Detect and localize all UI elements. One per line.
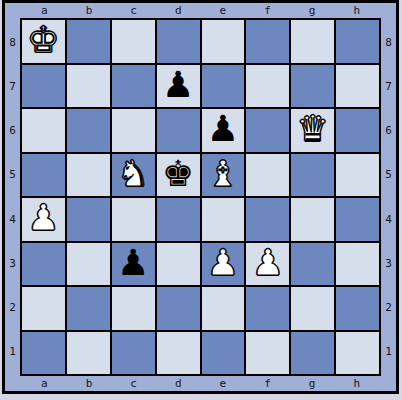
rank-label-1: 1 <box>5 330 20 374</box>
file-label-f: f <box>245 376 290 391</box>
square-h4[interactable] <box>336 198 379 241</box>
square-g6[interactable]: ♛ <box>291 109 334 152</box>
rank-label-8: 8 <box>5 20 20 64</box>
square-g8[interactable] <box>291 20 334 63</box>
square-h2[interactable] <box>336 287 379 330</box>
square-b5[interactable] <box>67 154 110 197</box>
board-layout: abcdefgh 87654321 ♚♟♟♛♞♚♝♟♟♟♟ 87654321 a… <box>5 3 396 391</box>
square-f2[interactable] <box>246 287 289 330</box>
black-pawn[interactable]: ♟ <box>162 67 194 103</box>
rank-label-4: 4 <box>5 197 20 241</box>
square-g3[interactable] <box>291 243 334 286</box>
square-f6[interactable] <box>246 109 289 152</box>
white-king[interactable]: ♚ <box>27 22 59 58</box>
file-label-a: a <box>22 376 67 391</box>
square-d8[interactable] <box>157 20 200 63</box>
square-a5[interactable] <box>22 154 65 197</box>
corner-bottom-right <box>381 376 396 391</box>
file-label-e: e <box>201 3 246 18</box>
file-labels-top: abcdefgh <box>20 3 381 18</box>
square-b2[interactable] <box>67 287 110 330</box>
square-c8[interactable] <box>112 20 155 63</box>
square-f4[interactable] <box>246 198 289 241</box>
file-label-d: d <box>156 376 201 391</box>
square-f5[interactable] <box>246 154 289 197</box>
square-e3[interactable]: ♟ <box>202 243 245 286</box>
white-knight[interactable]: ♞ <box>117 156 149 192</box>
square-d6[interactable] <box>157 109 200 152</box>
rank-label-6: 6 <box>381 109 396 153</box>
chess-diagram-page: { "game": "chess", "position": "K7/3p4/4… <box>0 0 402 400</box>
corner-bottom-left <box>5 376 20 391</box>
file-label-h: h <box>334 3 379 18</box>
square-a1[interactable] <box>22 332 65 375</box>
file-label-g: g <box>290 376 335 391</box>
square-a4[interactable]: ♟ <box>22 198 65 241</box>
chess-board[interactable]: ♚♟♟♛♞♚♝♟♟♟♟ <box>20 18 381 376</box>
rank-label-2: 2 <box>381 286 396 330</box>
square-e5[interactable]: ♝ <box>202 154 245 197</box>
square-f3[interactable]: ♟ <box>246 243 289 286</box>
square-b1[interactable] <box>67 332 110 375</box>
square-e7[interactable] <box>202 65 245 108</box>
white-bishop[interactable]: ♝ <box>207 156 239 192</box>
corner-top-left <box>5 3 20 18</box>
rank-label-6: 6 <box>5 109 20 153</box>
square-g2[interactable] <box>291 287 334 330</box>
square-c3[interactable]: ♟ <box>112 243 155 286</box>
black-pawn[interactable]: ♟ <box>117 245 149 281</box>
file-label-d: d <box>156 3 201 18</box>
white-pawn[interactable]: ♟ <box>27 200 59 236</box>
square-g4[interactable] <box>291 198 334 241</box>
black-pawn[interactable]: ♟ <box>207 111 239 147</box>
rank-label-3: 3 <box>5 241 20 285</box>
white-queen[interactable]: ♛ <box>297 111 329 147</box>
rank-label-1: 1 <box>381 330 396 374</box>
square-h6[interactable] <box>336 109 379 152</box>
square-b6[interactable] <box>67 109 110 152</box>
rank-label-3: 3 <box>381 241 396 285</box>
square-h5[interactable] <box>336 154 379 197</box>
square-h3[interactable] <box>336 243 379 286</box>
square-e2[interactable] <box>202 287 245 330</box>
square-b3[interactable] <box>67 243 110 286</box>
square-g1[interactable] <box>291 332 334 375</box>
corner-top-right <box>381 3 396 18</box>
square-h1[interactable] <box>336 332 379 375</box>
square-h8[interactable] <box>336 20 379 63</box>
square-d2[interactable] <box>157 287 200 330</box>
square-g7[interactable] <box>291 65 334 108</box>
square-c1[interactable] <box>112 332 155 375</box>
square-c7[interactable] <box>112 65 155 108</box>
square-c4[interactable] <box>112 198 155 241</box>
square-c6[interactable] <box>112 109 155 152</box>
rank-labels-right: 87654321 <box>381 18 396 376</box>
rank-label-2: 2 <box>5 286 20 330</box>
square-g5[interactable] <box>291 154 334 197</box>
square-a2[interactable] <box>22 287 65 330</box>
square-e1[interactable] <box>202 332 245 375</box>
file-label-a: a <box>22 3 67 18</box>
square-d4[interactable] <box>157 198 200 241</box>
file-label-b: b <box>67 3 112 18</box>
square-a7[interactable] <box>22 65 65 108</box>
file-label-c: c <box>111 3 156 18</box>
file-label-e: e <box>201 376 246 391</box>
square-e8[interactable] <box>202 20 245 63</box>
square-c2[interactable] <box>112 287 155 330</box>
square-h7[interactable] <box>336 65 379 108</box>
square-b4[interactable] <box>67 198 110 241</box>
rank-label-7: 7 <box>5 64 20 108</box>
square-d3[interactable] <box>157 243 200 286</box>
square-c5[interactable]: ♞ <box>112 154 155 197</box>
square-f1[interactable] <box>246 332 289 375</box>
square-d5[interactable]: ♚ <box>157 154 200 197</box>
file-label-b: b <box>67 376 112 391</box>
square-b8[interactable] <box>67 20 110 63</box>
file-label-f: f <box>245 3 290 18</box>
square-f7[interactable] <box>246 65 289 108</box>
white-pawn[interactable]: ♟ <box>207 245 239 281</box>
rank-label-5: 5 <box>5 153 20 197</box>
file-label-h: h <box>334 376 379 391</box>
square-a8[interactable]: ♚ <box>22 20 65 63</box>
square-d1[interactable] <box>157 332 200 375</box>
rank-label-5: 5 <box>381 153 396 197</box>
square-d7[interactable]: ♟ <box>157 65 200 108</box>
rank-label-4: 4 <box>381 197 396 241</box>
square-b7[interactable] <box>67 65 110 108</box>
white-pawn[interactable]: ♟ <box>252 245 284 281</box>
file-labels-bottom: abcdefgh <box>20 376 381 391</box>
rank-label-7: 7 <box>381 64 396 108</box>
square-e4[interactable] <box>202 198 245 241</box>
square-e6[interactable]: ♟ <box>202 109 245 152</box>
board-frame: abcdefgh 87654321 ♚♟♟♛♞♚♝♟♟♟♟ 87654321 a… <box>2 0 399 394</box>
square-a6[interactable] <box>22 109 65 152</box>
file-label-c: c <box>111 376 156 391</box>
file-label-g: g <box>290 3 335 18</box>
rank-label-8: 8 <box>381 20 396 64</box>
square-a3[interactable] <box>22 243 65 286</box>
rank-labels-left: 87654321 <box>5 18 20 376</box>
black-king[interactable]: ♚ <box>162 156 194 192</box>
square-f8[interactable] <box>246 20 289 63</box>
